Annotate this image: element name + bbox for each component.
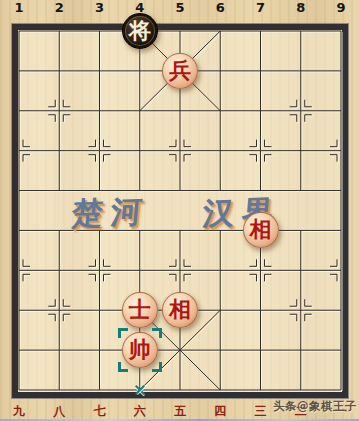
file-label-top: 1: [14, 0, 23, 15]
watermark: 头条@象棋王子: [273, 399, 357, 414]
black-general[interactable]: 将: [122, 13, 158, 49]
file-label-top: 6: [216, 0, 225, 15]
file-label-top: 9: [336, 0, 345, 15]
file-label-bottom: 九: [13, 403, 25, 420]
red-general[interactable]: 帅: [122, 332, 158, 368]
file-label-top: 5: [175, 0, 184, 15]
file-label-top: 2: [55, 0, 64, 15]
file-label-bottom: 八: [53, 403, 65, 420]
red-advisor[interactable]: 士: [122, 292, 158, 328]
file-label-bottom: 六: [134, 403, 146, 420]
file-label-bottom: 三: [255, 403, 267, 420]
xiangqi-board-screenshot: 123456789 九八七六五四三二一 楚河 汉界 将兵相士相帅 头条@象棋王子: [0, 0, 359, 421]
file-label-top: 8: [296, 0, 305, 15]
file-label-bottom: 五: [174, 403, 186, 420]
file-label-bottom: 四: [214, 403, 226, 420]
file-label-top: 3: [95, 0, 104, 15]
red-elephant[interactable]: 相: [162, 292, 198, 328]
red-elephant[interactable]: 相: [243, 212, 279, 248]
file-label-top: 7: [256, 0, 265, 15]
red-soldier[interactable]: 兵: [162, 53, 198, 89]
river-text-left: 楚河: [70, 193, 152, 234]
file-label-bottom: 七: [94, 403, 106, 420]
